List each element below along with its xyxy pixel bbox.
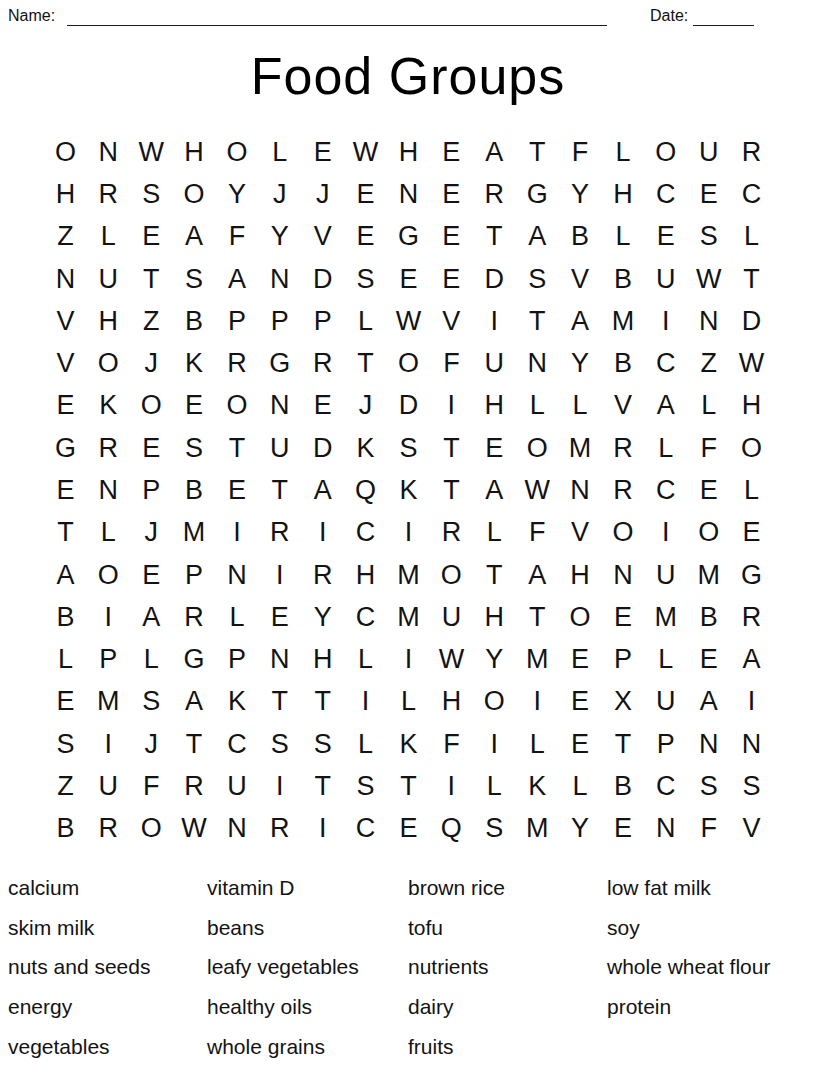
grid-cell: Y xyxy=(473,639,516,681)
grid-cell: E xyxy=(387,808,430,850)
grid-cell: L xyxy=(258,131,301,173)
grid-cell: X xyxy=(601,681,644,723)
grid-cell: C xyxy=(344,596,387,638)
grid-cell: N xyxy=(516,342,559,384)
grid-cell: K xyxy=(387,723,430,765)
name-label: Name: xyxy=(8,7,55,25)
grid-cell: P xyxy=(301,300,344,342)
grid-cell: I xyxy=(473,300,516,342)
grid-cell: M xyxy=(644,596,687,638)
grid-cell: A xyxy=(473,131,516,173)
word-search-grid: ONWHOLEWHEATFLOURHRSOYJJENERGYHCECZLEAFY… xyxy=(44,131,773,850)
grid-cell: E xyxy=(387,258,430,300)
grid-cell: K xyxy=(344,427,387,469)
grid-cell: W xyxy=(730,342,773,384)
grid-cell: P xyxy=(644,723,687,765)
grid-cell: N xyxy=(730,723,773,765)
grid-cell: N xyxy=(559,469,602,511)
grid-cell: U xyxy=(258,427,301,469)
grid-cell: L xyxy=(559,765,602,807)
grid-cell: O xyxy=(44,131,87,173)
grid-cell: E xyxy=(430,216,473,258)
grid-cell: V xyxy=(730,808,773,850)
word-list-item: protein xyxy=(607,987,770,1027)
grid-cell: T xyxy=(730,258,773,300)
grid-cell: A xyxy=(516,216,559,258)
grid-cell: E xyxy=(559,639,602,681)
grid-cell: G xyxy=(44,427,87,469)
date-label: Date: xyxy=(650,7,688,25)
grid-cell: F xyxy=(687,808,730,850)
grid-cell: M xyxy=(387,554,430,596)
grid-cell: E xyxy=(344,216,387,258)
grid-cell: L xyxy=(516,385,559,427)
grid-cell: O xyxy=(730,427,773,469)
grid-cell: L xyxy=(730,469,773,511)
grid-cell: N xyxy=(216,554,259,596)
grid-cell: G xyxy=(730,554,773,596)
grid-cell: W xyxy=(387,300,430,342)
grid-cell: H xyxy=(301,639,344,681)
grid-cell: D xyxy=(473,258,516,300)
grid-cell: H xyxy=(730,385,773,427)
grid-cell: S xyxy=(387,427,430,469)
grid-cell: R xyxy=(301,342,344,384)
grid-cell: Z xyxy=(44,216,87,258)
grid-cell: A xyxy=(559,300,602,342)
grid-cell: E xyxy=(473,427,516,469)
grid-cell: P xyxy=(601,639,644,681)
grid-cell: C xyxy=(216,723,259,765)
grid-cell: C xyxy=(644,469,687,511)
grid-cell: Q xyxy=(344,469,387,511)
grid-cell: C xyxy=(344,512,387,554)
grid-cell: S xyxy=(344,258,387,300)
grid-cell: S xyxy=(344,765,387,807)
grid-cell: E xyxy=(687,639,730,681)
grid-cell: L xyxy=(687,385,730,427)
grid-cell: E xyxy=(687,469,730,511)
grid-cell: J xyxy=(130,342,173,384)
grid-cell: E xyxy=(687,173,730,215)
name-blank-line xyxy=(67,25,607,26)
grid-cell: O xyxy=(430,554,473,596)
grid-cell: R xyxy=(87,427,130,469)
grid-cell: L xyxy=(130,639,173,681)
grid-cell: T xyxy=(473,554,516,596)
grid-cell: E xyxy=(216,469,259,511)
grid-cell: V xyxy=(430,300,473,342)
grid-cell: I xyxy=(216,512,259,554)
grid-cell: E xyxy=(130,427,173,469)
grid-cell: P xyxy=(173,554,216,596)
grid-cell: M xyxy=(173,512,216,554)
grid-cell: W xyxy=(687,258,730,300)
grid-cell: G xyxy=(258,342,301,384)
grid-cell: I xyxy=(730,681,773,723)
grid-cell: Z xyxy=(130,300,173,342)
grid-cell: E xyxy=(130,216,173,258)
grid-cell: H xyxy=(601,173,644,215)
grid-cell: M xyxy=(87,681,130,723)
grid-cell: N xyxy=(644,808,687,850)
word-list-item: leafy vegetables xyxy=(207,948,359,988)
grid-cell: T xyxy=(516,300,559,342)
grid-cell: T xyxy=(473,216,516,258)
grid-cell: I xyxy=(301,808,344,850)
grid-cell: I xyxy=(258,765,301,807)
grid-cell: W xyxy=(344,131,387,173)
grid-cell: K xyxy=(173,342,216,384)
grid-cell: M xyxy=(559,427,602,469)
grid-cell: I xyxy=(430,385,473,427)
grid-cell: I xyxy=(516,681,559,723)
grid-cell: Y xyxy=(559,173,602,215)
grid-cell: Y xyxy=(559,342,602,384)
grid-cell: K xyxy=(216,681,259,723)
grid-cell: S xyxy=(44,723,87,765)
grid-cell: H xyxy=(559,554,602,596)
grid-cell: N xyxy=(216,808,259,850)
grid-cell: T xyxy=(430,469,473,511)
grid-cell: N xyxy=(87,131,130,173)
grid-cell: W xyxy=(130,131,173,173)
grid-cell: G xyxy=(173,639,216,681)
grid-cell: U xyxy=(644,258,687,300)
grid-cell: K xyxy=(516,765,559,807)
grid-cell: I xyxy=(258,554,301,596)
grid-cell: S xyxy=(301,723,344,765)
word-list-column-4: low fat milksoywhole wheat flourprotein xyxy=(607,868,770,1027)
grid-cell: B xyxy=(44,808,87,850)
grid-cell: T xyxy=(387,765,430,807)
grid-cell: J xyxy=(130,723,173,765)
grid-cell: T xyxy=(301,681,344,723)
grid-cell: B xyxy=(601,765,644,807)
grid-cell: L xyxy=(730,216,773,258)
grid-cell: J xyxy=(130,512,173,554)
grid-cell: I xyxy=(301,512,344,554)
grid-cell: B xyxy=(173,300,216,342)
grid-cell: O xyxy=(87,342,130,384)
grid-cell: Z xyxy=(44,765,87,807)
word-list-column-1: calciumskim milknuts and seedsenergyvege… xyxy=(8,868,150,1067)
grid-cell: F xyxy=(430,723,473,765)
grid-cell: U xyxy=(473,342,516,384)
grid-cell: I xyxy=(387,512,430,554)
grid-cell: U xyxy=(687,131,730,173)
grid-cell: T xyxy=(44,512,87,554)
grid-cell: N xyxy=(687,723,730,765)
word-list-item: soy xyxy=(607,908,770,948)
grid-cell: M xyxy=(387,596,430,638)
grid-cell: U xyxy=(87,258,130,300)
grid-cell: W xyxy=(173,808,216,850)
grid-cell: E xyxy=(301,385,344,427)
grid-cell: K xyxy=(87,385,130,427)
grid-cell: L xyxy=(644,427,687,469)
grid-cell: A xyxy=(173,681,216,723)
grid-cell: R xyxy=(730,596,773,638)
grid-cell: G xyxy=(516,173,559,215)
grid-cell: S xyxy=(173,427,216,469)
grid-cell: A xyxy=(473,469,516,511)
grid-cell: L xyxy=(516,723,559,765)
word-list-item: fruits xyxy=(408,1027,505,1067)
grid-cell: D xyxy=(301,427,344,469)
grid-cell: F xyxy=(130,765,173,807)
grid-cell: O xyxy=(387,342,430,384)
grid-cell: O xyxy=(130,385,173,427)
grid-cell: L xyxy=(87,216,130,258)
word-list-column-2: vitamin Dbeansleafy vegetableshealthy oi… xyxy=(207,868,359,1067)
grid-cell: V xyxy=(44,300,87,342)
grid-cell: A xyxy=(44,554,87,596)
grid-cell: L xyxy=(344,723,387,765)
grid-cell: T xyxy=(601,723,644,765)
grid-cell: L xyxy=(387,681,430,723)
grid-cell: R xyxy=(430,512,473,554)
grid-cell: O xyxy=(130,808,173,850)
grid-cell: U xyxy=(644,681,687,723)
grid-cell: E xyxy=(601,596,644,638)
grid-cell: S xyxy=(473,808,516,850)
grid-cell: U xyxy=(644,554,687,596)
grid-cell: C xyxy=(730,173,773,215)
grid-cell: S xyxy=(730,765,773,807)
grid-cell: O xyxy=(216,385,259,427)
grid-cell: D xyxy=(301,258,344,300)
grid-cell: L xyxy=(344,300,387,342)
grid-cell: M xyxy=(516,639,559,681)
grid-cell: C xyxy=(344,808,387,850)
grid-cell: E xyxy=(130,554,173,596)
grid-cell: O xyxy=(216,131,259,173)
grid-cell: O xyxy=(687,512,730,554)
grid-cell: H xyxy=(44,173,87,215)
grid-cell: F xyxy=(430,342,473,384)
grid-cell: T xyxy=(258,681,301,723)
grid-cell: T xyxy=(258,469,301,511)
word-list-item: whole wheat flour xyxy=(607,948,770,988)
grid-cell: N xyxy=(44,258,87,300)
grid-cell: B xyxy=(687,596,730,638)
grid-cell: J xyxy=(258,173,301,215)
grid-cell: I xyxy=(87,596,130,638)
grid-cell: S xyxy=(130,173,173,215)
grid-cell: B xyxy=(173,469,216,511)
grid-cell: A xyxy=(687,681,730,723)
grid-cell: E xyxy=(430,131,473,173)
grid-cell: S xyxy=(173,258,216,300)
grid-cell: K xyxy=(387,469,430,511)
grid-cell: N xyxy=(258,639,301,681)
grid-cell: B xyxy=(601,342,644,384)
grid-cell: R xyxy=(473,173,516,215)
grid-cell: U xyxy=(216,765,259,807)
grid-cell: L xyxy=(559,385,602,427)
grid-cell: I xyxy=(644,512,687,554)
grid-cell: L xyxy=(344,639,387,681)
grid-cell: E xyxy=(173,385,216,427)
page-title: Food Groups xyxy=(0,46,816,106)
word-list-item: energy xyxy=(8,987,150,1027)
grid-cell: J xyxy=(301,173,344,215)
grid-cell: R xyxy=(87,173,130,215)
grid-cell: L xyxy=(87,512,130,554)
grid-cell: A xyxy=(130,596,173,638)
grid-cell: D xyxy=(730,300,773,342)
grid-cell: C xyxy=(644,342,687,384)
grid-cell: I xyxy=(644,300,687,342)
grid-cell: I xyxy=(344,681,387,723)
grid-cell: E xyxy=(344,173,387,215)
word-list-item: skim milk xyxy=(8,908,150,948)
grid-cell: T xyxy=(516,131,559,173)
grid-cell: H xyxy=(87,300,130,342)
grid-cell: M xyxy=(687,554,730,596)
grid-cell: E xyxy=(559,681,602,723)
grid-cell: E xyxy=(301,131,344,173)
grid-cell: E xyxy=(559,723,602,765)
grid-cell: N xyxy=(87,469,130,511)
grid-cell: E xyxy=(44,681,87,723)
grid-cell: S xyxy=(516,258,559,300)
word-list-item: nuts and seeds xyxy=(8,948,150,988)
grid-cell: E xyxy=(430,258,473,300)
grid-cell: R xyxy=(216,342,259,384)
grid-cell: W xyxy=(516,469,559,511)
grid-cell: N xyxy=(687,300,730,342)
word-list-item: beans xyxy=(207,908,359,948)
grid-cell: R xyxy=(173,765,216,807)
grid-cell: R xyxy=(601,469,644,511)
grid-cell: F xyxy=(516,512,559,554)
grid-cell: T xyxy=(173,723,216,765)
grid-cell: V xyxy=(559,512,602,554)
word-list-item: whole grains xyxy=(207,1027,359,1067)
grid-cell: I xyxy=(87,723,130,765)
grid-cell: M xyxy=(601,300,644,342)
grid-cell: V xyxy=(301,216,344,258)
grid-cell: J xyxy=(344,385,387,427)
word-list-item: vitamin D xyxy=(207,868,359,908)
grid-cell: L xyxy=(473,765,516,807)
grid-cell: Q xyxy=(430,808,473,850)
grid-cell: B xyxy=(601,258,644,300)
grid-cell: L xyxy=(216,596,259,638)
grid-cell: O xyxy=(559,596,602,638)
grid-cell: V xyxy=(601,385,644,427)
grid-cell: E xyxy=(430,173,473,215)
grid-cell: V xyxy=(559,258,602,300)
grid-cell: P xyxy=(87,639,130,681)
grid-cell: V xyxy=(44,342,87,384)
grid-cell: O xyxy=(601,512,644,554)
grid-cell: Z xyxy=(687,342,730,384)
grid-cell: G xyxy=(387,216,430,258)
grid-cell: H xyxy=(344,554,387,596)
grid-cell: I xyxy=(387,639,430,681)
grid-cell: T xyxy=(344,342,387,384)
grid-cell: R xyxy=(258,808,301,850)
grid-cell: F xyxy=(687,427,730,469)
grid-cell: E xyxy=(258,596,301,638)
grid-cell: O xyxy=(173,173,216,215)
grid-cell: Y xyxy=(258,216,301,258)
grid-cell: P xyxy=(216,639,259,681)
grid-cell: N xyxy=(258,258,301,300)
word-list-item: tofu xyxy=(408,908,505,948)
grid-cell: H xyxy=(387,131,430,173)
grid-cell: R xyxy=(258,512,301,554)
grid-cell: P xyxy=(130,469,173,511)
grid-cell: N xyxy=(387,173,430,215)
grid-cell: A xyxy=(730,639,773,681)
grid-cell: E xyxy=(44,469,87,511)
grid-cell: A xyxy=(644,385,687,427)
grid-cell: U xyxy=(430,596,473,638)
word-list-item: healthy oils xyxy=(207,987,359,1027)
grid-cell: H xyxy=(173,131,216,173)
grid-cell: O xyxy=(87,554,130,596)
grid-cell: H xyxy=(430,681,473,723)
grid-cell: R xyxy=(730,131,773,173)
word-list-column-3: brown ricetofunutrientsdairyfruits xyxy=(408,868,505,1067)
grid-cell: L xyxy=(44,639,87,681)
grid-cell: B xyxy=(559,216,602,258)
grid-cell: R xyxy=(601,427,644,469)
grid-cell: A xyxy=(301,469,344,511)
grid-cell: C xyxy=(644,173,687,215)
grid-cell: H xyxy=(473,385,516,427)
grid-cell: Y xyxy=(301,596,344,638)
grid-cell: I xyxy=(430,765,473,807)
word-list-item: brown rice xyxy=(408,868,505,908)
grid-cell: U xyxy=(87,765,130,807)
grid-cell: T xyxy=(216,427,259,469)
grid-cell: Y xyxy=(216,173,259,215)
grid-cell: L xyxy=(601,131,644,173)
grid-cell: F xyxy=(216,216,259,258)
grid-cell: O xyxy=(473,681,516,723)
grid-cell: A xyxy=(516,554,559,596)
grid-cell: N xyxy=(258,385,301,427)
grid-cell: F xyxy=(559,131,602,173)
grid-cell: M xyxy=(516,808,559,850)
grid-cell: R xyxy=(173,596,216,638)
word-list-item: calcium xyxy=(8,868,150,908)
grid-cell: B xyxy=(44,596,87,638)
date-blank-line xyxy=(693,25,754,26)
grid-cell: L xyxy=(473,512,516,554)
word-list-item: vegetables xyxy=(8,1027,150,1067)
grid-cell: D xyxy=(387,385,430,427)
grid-cell: L xyxy=(601,216,644,258)
word-list-item: low fat milk xyxy=(607,868,770,908)
grid-cell: E xyxy=(44,385,87,427)
grid-cell: C xyxy=(644,765,687,807)
grid-cell: Y xyxy=(559,808,602,850)
grid-cell: A xyxy=(173,216,216,258)
grid-cell: E xyxy=(730,512,773,554)
grid-cell: O xyxy=(516,427,559,469)
word-list-item: dairy xyxy=(408,987,505,1027)
word-list-item: nutrients xyxy=(408,948,505,988)
grid-cell: H xyxy=(473,596,516,638)
grid-cell: E xyxy=(601,808,644,850)
grid-cell: P xyxy=(216,300,259,342)
